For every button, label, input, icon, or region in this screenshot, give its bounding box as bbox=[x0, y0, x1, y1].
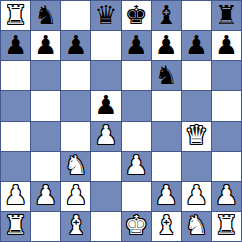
square-e7[interactable]: ♟ bbox=[122, 31, 151, 60]
square-a1[interactable]: ♜ bbox=[1, 212, 30, 241]
square-c7[interactable]: ♟ bbox=[61, 31, 90, 60]
white-knight[interactable]: ♞ bbox=[185, 212, 208, 238]
square-f7[interactable]: ♟ bbox=[152, 31, 181, 60]
square-c6[interactable] bbox=[61, 61, 90, 90]
black-rook[interactable]: ♜ bbox=[215, 2, 238, 28]
black-pawn[interactable]: ♟ bbox=[94, 92, 117, 118]
square-c2[interactable]: ♟ bbox=[61, 182, 90, 211]
square-c3[interactable]: ♞ bbox=[61, 152, 90, 181]
square-d7[interactable] bbox=[91, 31, 120, 60]
square-b6[interactable] bbox=[31, 61, 60, 90]
square-b3[interactable] bbox=[31, 152, 60, 181]
white-rook[interactable]: ♜ bbox=[215, 212, 238, 238]
square-e6[interactable] bbox=[122, 61, 151, 90]
white-rook[interactable]: ♜ bbox=[4, 212, 27, 238]
black-king[interactable]: ♚ bbox=[124, 2, 147, 28]
square-g2[interactable]: ♟ bbox=[182, 182, 211, 211]
square-e8[interactable]: ♚ bbox=[122, 1, 151, 30]
square-g6[interactable] bbox=[182, 61, 211, 90]
black-pawn[interactable]: ♟ bbox=[64, 32, 87, 58]
square-a6[interactable] bbox=[1, 61, 30, 90]
square-b7[interactable]: ♟ bbox=[31, 31, 60, 60]
square-a5[interactable] bbox=[1, 91, 30, 120]
square-d1[interactable] bbox=[91, 212, 120, 241]
black-pawn[interactable]: ♟ bbox=[4, 32, 27, 58]
white-pawn[interactable]: ♟ bbox=[64, 182, 87, 208]
square-c1[interactable]: ♝ bbox=[61, 212, 90, 241]
square-a7[interactable]: ♟ bbox=[1, 31, 30, 60]
white-pawn[interactable]: ♟ bbox=[94, 122, 117, 148]
square-a8[interactable]: ♜ bbox=[1, 1, 30, 30]
square-f6[interactable]: ♞ bbox=[152, 61, 181, 90]
square-e4[interactable] bbox=[122, 122, 151, 151]
black-queen[interactable]: ♛ bbox=[94, 2, 117, 28]
white-rook[interactable]: ♜ bbox=[4, 2, 27, 28]
square-e5[interactable] bbox=[122, 91, 151, 120]
square-g1[interactable]: ♞ bbox=[182, 212, 211, 241]
square-b5[interactable] bbox=[31, 91, 60, 120]
square-f5[interactable] bbox=[152, 91, 181, 120]
square-h4[interactable] bbox=[212, 122, 241, 151]
square-g4[interactable]: ♛ bbox=[182, 122, 211, 151]
square-e1[interactable]: ♚ bbox=[122, 212, 151, 241]
square-g5[interactable] bbox=[182, 91, 211, 120]
square-d4[interactable]: ♟ bbox=[91, 122, 120, 151]
square-h7[interactable]: ♟ bbox=[212, 31, 241, 60]
black-knight[interactable]: ♞ bbox=[34, 2, 57, 28]
square-f1[interactable]: ♝ bbox=[152, 212, 181, 241]
white-pawn[interactable]: ♟ bbox=[124, 152, 147, 178]
square-d6[interactable] bbox=[91, 61, 120, 90]
white-pawn[interactable]: ♟ bbox=[185, 182, 208, 208]
white-knight[interactable]: ♞ bbox=[64, 152, 87, 178]
white-bishop[interactable]: ♝ bbox=[155, 212, 178, 238]
white-pawn[interactable]: ♟ bbox=[215, 182, 238, 208]
square-h6[interactable] bbox=[212, 61, 241, 90]
square-g8[interactable] bbox=[182, 1, 211, 30]
black-pawn[interactable]: ♟ bbox=[34, 32, 57, 58]
square-f3[interactable] bbox=[152, 152, 181, 181]
black-pawn[interactable]: ♟ bbox=[215, 32, 238, 58]
square-f2[interactable]: ♟ bbox=[152, 182, 181, 211]
square-c4[interactable] bbox=[61, 122, 90, 151]
square-b2[interactable]: ♟ bbox=[31, 182, 60, 211]
square-d8[interactable]: ♛ bbox=[91, 1, 120, 30]
square-h5[interactable] bbox=[212, 91, 241, 120]
square-d3[interactable] bbox=[91, 152, 120, 181]
white-queen[interactable]: ♛ bbox=[185, 122, 208, 148]
square-g7[interactable]: ♟ bbox=[182, 31, 211, 60]
square-a3[interactable] bbox=[1, 152, 30, 181]
square-h3[interactable] bbox=[212, 152, 241, 181]
square-b8[interactable]: ♞ bbox=[31, 1, 60, 30]
black-knight[interactable]: ♞ bbox=[155, 62, 178, 88]
square-e3[interactable]: ♟ bbox=[122, 152, 151, 181]
black-pawn[interactable]: ♟ bbox=[185, 32, 208, 58]
square-g3[interactable] bbox=[182, 152, 211, 181]
square-h8[interactable]: ♜ bbox=[212, 1, 241, 30]
square-f4[interactable] bbox=[152, 122, 181, 151]
square-d2[interactable] bbox=[91, 182, 120, 211]
square-d5[interactable]: ♟ bbox=[91, 91, 120, 120]
square-c8[interactable] bbox=[61, 1, 90, 30]
square-a2[interactable]: ♟ bbox=[1, 182, 30, 211]
square-c5[interactable] bbox=[61, 91, 90, 120]
square-h1[interactable]: ♜ bbox=[212, 212, 241, 241]
square-h2[interactable]: ♟ bbox=[212, 182, 241, 211]
square-f8[interactable]: ♝ bbox=[152, 1, 181, 30]
chess-board: ♜♞♛♚♝♜♟♟♟♟♟♟♟♞♟♟♛♞♟♟♟♟♟♟♟♜♝♚♝♞♜ bbox=[0, 0, 242, 242]
white-pawn[interactable]: ♟ bbox=[155, 182, 178, 208]
white-pawn[interactable]: ♟ bbox=[4, 182, 27, 208]
white-king[interactable]: ♚ bbox=[124, 212, 147, 238]
square-e2[interactable] bbox=[122, 182, 151, 211]
black-pawn[interactable]: ♟ bbox=[155, 32, 178, 58]
black-bishop[interactable]: ♝ bbox=[155, 2, 178, 28]
black-pawn[interactable]: ♟ bbox=[124, 32, 147, 58]
white-bishop[interactable]: ♝ bbox=[64, 212, 87, 238]
square-a4[interactable] bbox=[1, 122, 30, 151]
square-b1[interactable] bbox=[31, 212, 60, 241]
square-b4[interactable] bbox=[31, 122, 60, 151]
white-pawn[interactable]: ♟ bbox=[34, 182, 57, 208]
